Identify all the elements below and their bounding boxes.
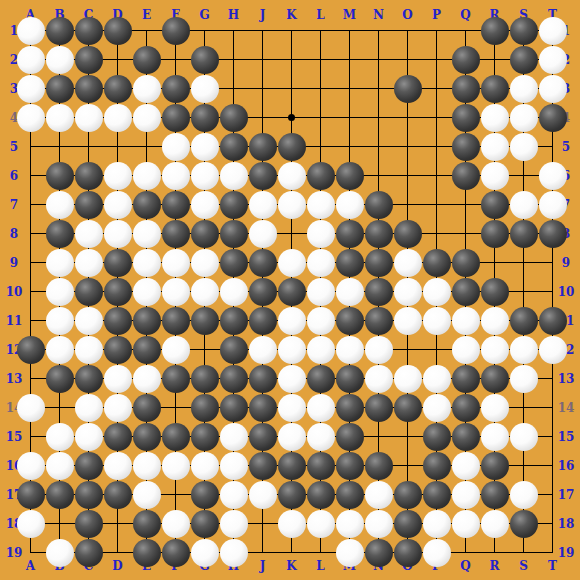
intersection-J5[interactable] [248, 132, 277, 161]
intersection-N14[interactable] [364, 393, 393, 422]
intersection-G7[interactable] [190, 190, 219, 219]
intersection-F4[interactable] [161, 103, 190, 132]
intersection-M17[interactable] [335, 480, 364, 509]
intersection-A2[interactable] [16, 45, 45, 74]
intersection-R4[interactable] [480, 103, 509, 132]
intersection-N11[interactable] [364, 306, 393, 335]
intersection-B6[interactable] [45, 161, 74, 190]
intersection-R13[interactable] [480, 364, 509, 393]
intersection-R12[interactable] [480, 335, 509, 364]
intersection-M12[interactable] [335, 335, 364, 364]
intersection-O14[interactable] [393, 393, 422, 422]
intersection-K9[interactable] [277, 248, 306, 277]
intersection-E3[interactable] [132, 74, 161, 103]
intersection-C5[interactable] [74, 132, 103, 161]
intersection-C11[interactable] [74, 306, 103, 335]
intersection-N2[interactable] [364, 45, 393, 74]
intersection-E11[interactable] [132, 306, 161, 335]
intersection-Q4[interactable] [451, 103, 480, 132]
intersection-K17[interactable] [277, 480, 306, 509]
intersection-R18[interactable] [480, 509, 509, 538]
intersection-T13[interactable] [538, 364, 567, 393]
intersection-T8[interactable] [538, 219, 567, 248]
intersection-J19[interactable] [248, 538, 277, 567]
intersection-R14[interactable] [480, 393, 509, 422]
intersection-G9[interactable] [190, 248, 219, 277]
intersection-A6[interactable] [16, 161, 45, 190]
intersection-C1[interactable] [74, 16, 103, 45]
intersection-O13[interactable] [393, 364, 422, 393]
intersection-A5[interactable] [16, 132, 45, 161]
intersection-Q2[interactable] [451, 45, 480, 74]
intersection-P11[interactable] [422, 306, 451, 335]
intersection-H2[interactable] [219, 45, 248, 74]
intersection-S16[interactable] [509, 451, 538, 480]
intersection-F18[interactable] [161, 509, 190, 538]
intersection-K18[interactable] [277, 509, 306, 538]
intersection-T11[interactable] [538, 306, 567, 335]
intersection-M4[interactable] [335, 103, 364, 132]
intersection-N7[interactable] [364, 190, 393, 219]
intersection-A14[interactable] [16, 393, 45, 422]
intersection-G19[interactable] [190, 538, 219, 567]
intersection-F6[interactable] [161, 161, 190, 190]
intersection-B1[interactable] [45, 16, 74, 45]
intersection-Q11[interactable] [451, 306, 480, 335]
intersection-P9[interactable] [422, 248, 451, 277]
intersection-H19[interactable] [219, 538, 248, 567]
intersection-J14[interactable] [248, 393, 277, 422]
intersection-O9[interactable] [393, 248, 422, 277]
intersection-E19[interactable] [132, 538, 161, 567]
intersection-A7[interactable] [16, 190, 45, 219]
intersection-G6[interactable] [190, 161, 219, 190]
intersection-E8[interactable] [132, 219, 161, 248]
intersection-A13[interactable] [16, 364, 45, 393]
intersection-G16[interactable] [190, 451, 219, 480]
intersection-J11[interactable] [248, 306, 277, 335]
intersection-B18[interactable] [45, 509, 74, 538]
intersection-P1[interactable] [422, 16, 451, 45]
intersection-M1[interactable] [335, 16, 364, 45]
intersection-M14[interactable] [335, 393, 364, 422]
intersection-H12[interactable] [219, 335, 248, 364]
intersection-J3[interactable] [248, 74, 277, 103]
intersection-D12[interactable] [103, 335, 132, 364]
intersection-B7[interactable] [45, 190, 74, 219]
intersection-E12[interactable] [132, 335, 161, 364]
intersection-M5[interactable] [335, 132, 364, 161]
intersection-B19[interactable] [45, 538, 74, 567]
intersection-J7[interactable] [248, 190, 277, 219]
intersection-P15[interactable] [422, 422, 451, 451]
intersection-M7[interactable] [335, 190, 364, 219]
intersection-D3[interactable] [103, 74, 132, 103]
intersection-R17[interactable] [480, 480, 509, 509]
intersection-K4[interactable] [277, 103, 306, 132]
intersection-N17[interactable] [364, 480, 393, 509]
intersection-Q18[interactable] [451, 509, 480, 538]
intersection-K12[interactable] [277, 335, 306, 364]
intersection-L1[interactable] [306, 16, 335, 45]
intersection-M6[interactable] [335, 161, 364, 190]
intersection-R11[interactable] [480, 306, 509, 335]
intersection-K10[interactable] [277, 277, 306, 306]
intersection-K15[interactable] [277, 422, 306, 451]
intersection-M15[interactable] [335, 422, 364, 451]
intersection-S4[interactable] [509, 103, 538, 132]
intersection-N13[interactable] [364, 364, 393, 393]
intersection-C13[interactable] [74, 364, 103, 393]
intersection-Q6[interactable] [451, 161, 480, 190]
intersection-N10[interactable] [364, 277, 393, 306]
intersection-Q1[interactable] [451, 16, 480, 45]
intersection-S14[interactable] [509, 393, 538, 422]
intersection-P4[interactable] [422, 103, 451, 132]
intersection-G17[interactable] [190, 480, 219, 509]
intersection-H5[interactable] [219, 132, 248, 161]
intersection-K19[interactable] [277, 538, 306, 567]
intersection-C2[interactable] [74, 45, 103, 74]
intersection-D6[interactable] [103, 161, 132, 190]
intersection-O19[interactable] [393, 538, 422, 567]
intersection-B4[interactable] [45, 103, 74, 132]
intersection-K3[interactable] [277, 74, 306, 103]
intersection-B11[interactable] [45, 306, 74, 335]
intersection-E10[interactable] [132, 277, 161, 306]
intersection-O8[interactable] [393, 219, 422, 248]
intersection-K11[interactable] [277, 306, 306, 335]
intersection-P10[interactable] [422, 277, 451, 306]
intersection-C4[interactable] [74, 103, 103, 132]
intersection-Q5[interactable] [451, 132, 480, 161]
intersection-D5[interactable] [103, 132, 132, 161]
intersection-C8[interactable] [74, 219, 103, 248]
intersection-D18[interactable] [103, 509, 132, 538]
intersection-Q15[interactable] [451, 422, 480, 451]
intersection-F11[interactable] [161, 306, 190, 335]
intersection-H17[interactable] [219, 480, 248, 509]
intersection-P14[interactable] [422, 393, 451, 422]
intersection-P6[interactable] [422, 161, 451, 190]
intersection-P18[interactable] [422, 509, 451, 538]
intersection-L12[interactable] [306, 335, 335, 364]
intersection-R16[interactable] [480, 451, 509, 480]
intersection-D16[interactable] [103, 451, 132, 480]
intersection-A3[interactable] [16, 74, 45, 103]
intersection-G2[interactable] [190, 45, 219, 74]
intersection-D1[interactable] [103, 16, 132, 45]
intersection-H8[interactable] [219, 219, 248, 248]
intersection-K6[interactable] [277, 161, 306, 190]
intersection-G15[interactable] [190, 422, 219, 451]
intersection-O17[interactable] [393, 480, 422, 509]
intersection-M13[interactable] [335, 364, 364, 393]
intersection-Q12[interactable] [451, 335, 480, 364]
intersection-B13[interactable] [45, 364, 74, 393]
intersection-Q19[interactable] [451, 538, 480, 567]
intersection-S19[interactable] [509, 538, 538, 567]
intersection-B17[interactable] [45, 480, 74, 509]
intersection-A12[interactable] [16, 335, 45, 364]
intersection-H13[interactable] [219, 364, 248, 393]
intersection-T17[interactable] [538, 480, 567, 509]
intersection-B3[interactable] [45, 74, 74, 103]
intersection-S6[interactable] [509, 161, 538, 190]
intersection-H11[interactable] [219, 306, 248, 335]
intersection-P12[interactable] [422, 335, 451, 364]
intersection-J12[interactable] [248, 335, 277, 364]
intersection-F16[interactable] [161, 451, 190, 480]
intersection-C6[interactable] [74, 161, 103, 190]
intersection-S5[interactable] [509, 132, 538, 161]
intersection-J10[interactable] [248, 277, 277, 306]
intersection-L19[interactable] [306, 538, 335, 567]
intersection-R8[interactable] [480, 219, 509, 248]
intersection-R9[interactable] [480, 248, 509, 277]
intersection-N3[interactable] [364, 74, 393, 103]
intersection-E1[interactable] [132, 16, 161, 45]
intersection-O3[interactable] [393, 74, 422, 103]
intersection-T3[interactable] [538, 74, 567, 103]
intersection-G11[interactable] [190, 306, 219, 335]
intersection-C3[interactable] [74, 74, 103, 103]
intersection-L2[interactable] [306, 45, 335, 74]
intersection-C19[interactable] [74, 538, 103, 567]
intersection-T16[interactable] [538, 451, 567, 480]
intersection-O7[interactable] [393, 190, 422, 219]
intersection-N5[interactable] [364, 132, 393, 161]
intersection-G1[interactable] [190, 16, 219, 45]
intersection-O12[interactable] [393, 335, 422, 364]
intersection-J4[interactable] [248, 103, 277, 132]
intersection-D4[interactable] [103, 103, 132, 132]
intersection-F17[interactable] [161, 480, 190, 509]
intersection-H4[interactable] [219, 103, 248, 132]
intersection-Q13[interactable] [451, 364, 480, 393]
intersection-H16[interactable] [219, 451, 248, 480]
intersection-M11[interactable] [335, 306, 364, 335]
intersection-H3[interactable] [219, 74, 248, 103]
intersection-E18[interactable] [132, 509, 161, 538]
intersection-S18[interactable] [509, 509, 538, 538]
intersection-S17[interactable] [509, 480, 538, 509]
intersection-E6[interactable] [132, 161, 161, 190]
intersection-N15[interactable] [364, 422, 393, 451]
intersection-L15[interactable] [306, 422, 335, 451]
intersection-L13[interactable] [306, 364, 335, 393]
intersection-T5[interactable] [538, 132, 567, 161]
intersection-L18[interactable] [306, 509, 335, 538]
intersection-Q9[interactable] [451, 248, 480, 277]
intersection-R2[interactable] [480, 45, 509, 74]
intersection-Q8[interactable] [451, 219, 480, 248]
intersection-S1[interactable] [509, 16, 538, 45]
intersection-J8[interactable] [248, 219, 277, 248]
intersection-B15[interactable] [45, 422, 74, 451]
intersection-F14[interactable] [161, 393, 190, 422]
intersection-D10[interactable] [103, 277, 132, 306]
intersection-O18[interactable] [393, 509, 422, 538]
intersection-F8[interactable] [161, 219, 190, 248]
intersection-H15[interactable] [219, 422, 248, 451]
intersection-B14[interactable] [45, 393, 74, 422]
intersection-K16[interactable] [277, 451, 306, 480]
intersection-E5[interactable] [132, 132, 161, 161]
intersection-S3[interactable] [509, 74, 538, 103]
intersection-B12[interactable] [45, 335, 74, 364]
intersection-O6[interactable] [393, 161, 422, 190]
intersection-K14[interactable] [277, 393, 306, 422]
intersection-E7[interactable] [132, 190, 161, 219]
intersection-M3[interactable] [335, 74, 364, 103]
intersection-B10[interactable] [45, 277, 74, 306]
intersection-M19[interactable] [335, 538, 364, 567]
intersection-S2[interactable] [509, 45, 538, 74]
intersection-G4[interactable] [190, 103, 219, 132]
intersection-M18[interactable] [335, 509, 364, 538]
intersection-S7[interactable] [509, 190, 538, 219]
intersection-T2[interactable] [538, 45, 567, 74]
intersection-F7[interactable] [161, 190, 190, 219]
intersection-L8[interactable] [306, 219, 335, 248]
intersection-K2[interactable] [277, 45, 306, 74]
intersection-D14[interactable] [103, 393, 132, 422]
intersection-L16[interactable] [306, 451, 335, 480]
intersection-Q16[interactable] [451, 451, 480, 480]
intersection-F15[interactable] [161, 422, 190, 451]
intersection-F1[interactable] [161, 16, 190, 45]
intersection-J6[interactable] [248, 161, 277, 190]
intersection-H6[interactable] [219, 161, 248, 190]
intersection-D17[interactable] [103, 480, 132, 509]
intersection-J13[interactable] [248, 364, 277, 393]
intersection-L3[interactable] [306, 74, 335, 103]
intersection-T10[interactable] [538, 277, 567, 306]
intersection-B5[interactable] [45, 132, 74, 161]
intersection-C10[interactable] [74, 277, 103, 306]
intersection-A18[interactable] [16, 509, 45, 538]
intersection-A17[interactable] [16, 480, 45, 509]
intersection-T14[interactable] [538, 393, 567, 422]
intersection-Q17[interactable] [451, 480, 480, 509]
intersection-P16[interactable] [422, 451, 451, 480]
intersection-T18[interactable] [538, 509, 567, 538]
intersection-R7[interactable] [480, 190, 509, 219]
intersection-J2[interactable] [248, 45, 277, 74]
intersection-P2[interactable] [422, 45, 451, 74]
intersection-L10[interactable] [306, 277, 335, 306]
intersection-S15[interactable] [509, 422, 538, 451]
intersection-F19[interactable] [161, 538, 190, 567]
intersection-A15[interactable] [16, 422, 45, 451]
intersection-K8[interactable] [277, 219, 306, 248]
intersection-L14[interactable] [306, 393, 335, 422]
intersection-A1[interactable] [16, 16, 45, 45]
intersection-S12[interactable] [509, 335, 538, 364]
intersection-D8[interactable] [103, 219, 132, 248]
intersection-R6[interactable] [480, 161, 509, 190]
intersection-K13[interactable] [277, 364, 306, 393]
intersection-Q14[interactable] [451, 393, 480, 422]
intersection-L17[interactable] [306, 480, 335, 509]
intersection-N18[interactable] [364, 509, 393, 538]
intersection-F3[interactable] [161, 74, 190, 103]
intersection-R1[interactable] [480, 16, 509, 45]
intersection-G13[interactable] [190, 364, 219, 393]
intersection-H1[interactable] [219, 16, 248, 45]
intersection-O15[interactable] [393, 422, 422, 451]
intersection-E13[interactable] [132, 364, 161, 393]
intersection-S10[interactable] [509, 277, 538, 306]
intersection-M9[interactable] [335, 248, 364, 277]
intersection-K7[interactable] [277, 190, 306, 219]
intersection-G10[interactable] [190, 277, 219, 306]
intersection-L9[interactable] [306, 248, 335, 277]
intersection-H14[interactable] [219, 393, 248, 422]
intersection-C9[interactable] [74, 248, 103, 277]
intersection-P7[interactable] [422, 190, 451, 219]
intersection-J18[interactable] [248, 509, 277, 538]
intersection-D13[interactable] [103, 364, 132, 393]
intersection-P19[interactable] [422, 538, 451, 567]
intersection-K5[interactable] [277, 132, 306, 161]
intersection-D11[interactable] [103, 306, 132, 335]
intersection-T4[interactable] [538, 103, 567, 132]
intersection-A16[interactable] [16, 451, 45, 480]
intersection-C16[interactable] [74, 451, 103, 480]
intersection-E15[interactable] [132, 422, 161, 451]
intersection-F13[interactable] [161, 364, 190, 393]
intersection-L6[interactable] [306, 161, 335, 190]
intersection-R5[interactable] [480, 132, 509, 161]
intersection-O1[interactable] [393, 16, 422, 45]
intersection-D9[interactable] [103, 248, 132, 277]
intersection-R19[interactable] [480, 538, 509, 567]
intersection-C14[interactable] [74, 393, 103, 422]
intersection-L11[interactable] [306, 306, 335, 335]
intersection-T6[interactable] [538, 161, 567, 190]
intersection-O5[interactable] [393, 132, 422, 161]
intersection-G5[interactable] [190, 132, 219, 161]
intersection-N6[interactable] [364, 161, 393, 190]
intersection-G8[interactable] [190, 219, 219, 248]
intersection-J17[interactable] [248, 480, 277, 509]
intersection-N19[interactable] [364, 538, 393, 567]
intersection-D2[interactable] [103, 45, 132, 74]
intersection-O2[interactable] [393, 45, 422, 74]
intersection-C15[interactable] [74, 422, 103, 451]
intersection-M16[interactable] [335, 451, 364, 480]
intersection-O11[interactable] [393, 306, 422, 335]
intersection-M10[interactable] [335, 277, 364, 306]
intersection-F5[interactable] [161, 132, 190, 161]
intersection-N8[interactable] [364, 219, 393, 248]
intersection-P13[interactable] [422, 364, 451, 393]
intersection-A11[interactable] [16, 306, 45, 335]
intersection-R10[interactable] [480, 277, 509, 306]
intersection-E4[interactable] [132, 103, 161, 132]
intersection-F2[interactable] [161, 45, 190, 74]
intersection-H18[interactable] [219, 509, 248, 538]
intersection-E9[interactable] [132, 248, 161, 277]
intersection-R3[interactable] [480, 74, 509, 103]
intersection-D19[interactable] [103, 538, 132, 567]
intersection-E14[interactable] [132, 393, 161, 422]
intersection-A9[interactable] [16, 248, 45, 277]
intersection-C12[interactable] [74, 335, 103, 364]
intersection-G12[interactable] [190, 335, 219, 364]
